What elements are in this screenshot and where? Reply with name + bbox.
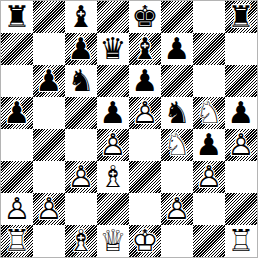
square-h6[interactable] — [225, 65, 257, 97]
piece-black-pawn: ♟ — [97, 97, 129, 129]
square-d2[interactable] — [97, 193, 129, 225]
piece-halo: ♞ — [65, 65, 97, 97]
square-h2[interactable] — [225, 193, 257, 225]
square-b2[interactable]: ♟♙ — [33, 193, 65, 225]
piece-white-pawn: ♙ — [97, 129, 129, 161]
piece-halo: ♟ — [161, 193, 193, 225]
square-c7[interactable]: ♟♟ — [65, 33, 97, 65]
piece-black-rook: ♜ — [225, 1, 257, 33]
square-g8[interactable] — [193, 1, 225, 33]
piece-black-bishop: ♝ — [129, 33, 161, 65]
square-c8[interactable]: ♝♝ — [65, 1, 97, 33]
piece-white-pawn: ♙ — [33, 193, 65, 225]
piece-halo: ♞ — [193, 97, 225, 129]
piece-halo: ♟ — [193, 129, 225, 161]
piece-black-pawn: ♟ — [65, 33, 97, 65]
piece-halo: ♞ — [161, 97, 193, 129]
square-h7[interactable] — [225, 33, 257, 65]
square-h8[interactable]: ♜♜ — [225, 1, 257, 33]
square-f6[interactable] — [161, 65, 193, 97]
square-e2[interactable] — [129, 193, 161, 225]
square-g7[interactable] — [193, 33, 225, 65]
piece-halo: ♜ — [225, 1, 257, 33]
square-a1[interactable]: ♜♖ — [1, 225, 33, 257]
square-d1[interactable]: ♛♕ — [97, 225, 129, 257]
square-e3[interactable] — [129, 161, 161, 193]
piece-white-pawn: ♙ — [225, 129, 257, 161]
square-b6[interactable]: ♟♟ — [33, 65, 65, 97]
piece-white-pawn: ♙ — [129, 97, 161, 129]
square-g4[interactable]: ♟♟ — [193, 129, 225, 161]
square-e5[interactable]: ♟♙ — [129, 97, 161, 129]
square-f7[interactable]: ♟♟ — [161, 33, 193, 65]
piece-halo: ♟ — [129, 97, 161, 129]
piece-white-rook: ♖ — [225, 225, 257, 257]
piece-halo: ♟ — [225, 97, 257, 129]
piece-black-queen: ♛ — [97, 33, 129, 65]
square-f5[interactable]: ♞♞ — [161, 97, 193, 129]
square-b8[interactable] — [33, 1, 65, 33]
piece-halo: ♞ — [161, 129, 193, 161]
chess-board: ♜♜♝♝♚♚♜♜♟♟♛♛♝♝♟♟♟♟♞♞♟♟♟♟♟♟♟♙♞♞♞♘♟♟♟♙♞♘♟♟… — [0, 0, 258, 258]
piece-white-bishop: ♗ — [65, 225, 97, 257]
square-e7[interactable]: ♝♝ — [129, 33, 161, 65]
square-b4[interactable] — [33, 129, 65, 161]
square-g5[interactable]: ♞♘ — [193, 97, 225, 129]
square-c4[interactable] — [65, 129, 97, 161]
square-c3[interactable]: ♟♙ — [65, 161, 97, 193]
piece-white-pawn: ♙ — [65, 161, 97, 193]
square-g3[interactable]: ♟♙ — [193, 161, 225, 193]
piece-halo: ♝ — [65, 1, 97, 33]
piece-halo: ♟ — [33, 65, 65, 97]
square-b3[interactable] — [33, 161, 65, 193]
square-f3[interactable] — [161, 161, 193, 193]
piece-white-pawn: ♙ — [193, 161, 225, 193]
piece-black-king: ♚ — [129, 1, 161, 33]
square-h5[interactable]: ♟♟ — [225, 97, 257, 129]
square-f2[interactable]: ♟♙ — [161, 193, 193, 225]
piece-white-queen: ♕ — [97, 225, 129, 257]
square-g6[interactable] — [193, 65, 225, 97]
piece-halo: ♜ — [1, 225, 33, 257]
square-d6[interactable] — [97, 65, 129, 97]
piece-black-knight: ♞ — [65, 65, 97, 97]
piece-halo: ♜ — [225, 225, 257, 257]
piece-white-pawn: ♙ — [161, 193, 193, 225]
piece-halo: ♟ — [97, 97, 129, 129]
piece-black-pawn: ♟ — [225, 97, 257, 129]
piece-halo: ♝ — [65, 225, 97, 257]
piece-halo: ♚ — [129, 225, 161, 257]
square-a5[interactable]: ♟♟ — [1, 97, 33, 129]
piece-white-rook: ♖ — [1, 225, 33, 257]
piece-black-pawn: ♟ — [1, 97, 33, 129]
square-f1[interactable] — [161, 225, 193, 257]
piece-black-bishop: ♝ — [65, 1, 97, 33]
square-h4[interactable]: ♟♙ — [225, 129, 257, 161]
piece-white-knight: ♘ — [161, 129, 193, 161]
piece-halo: ♟ — [225, 129, 257, 161]
square-d3[interactable]: ♝♗ — [97, 161, 129, 193]
square-e6[interactable]: ♟♟ — [129, 65, 161, 97]
piece-white-pawn: ♙ — [1, 193, 33, 225]
piece-white-bishop: ♗ — [97, 161, 129, 193]
square-c2[interactable] — [65, 193, 97, 225]
square-h3[interactable] — [225, 161, 257, 193]
square-c1[interactable]: ♝♗ — [65, 225, 97, 257]
piece-halo: ♟ — [193, 161, 225, 193]
square-a4[interactable] — [1, 129, 33, 161]
square-e8[interactable]: ♚♚ — [129, 1, 161, 33]
square-d8[interactable] — [97, 1, 129, 33]
square-e1[interactable]: ♚♔ — [129, 225, 161, 257]
piece-halo: ♟ — [65, 161, 97, 193]
piece-black-pawn: ♟ — [129, 65, 161, 97]
square-d7[interactable]: ♛♛ — [97, 33, 129, 65]
square-f8[interactable] — [161, 1, 193, 33]
square-a2[interactable]: ♟♙ — [1, 193, 33, 225]
piece-halo: ♟ — [129, 65, 161, 97]
piece-halo: ♟ — [161, 33, 193, 65]
piece-halo: ♜ — [1, 1, 33, 33]
piece-halo: ♝ — [129, 33, 161, 65]
square-b7[interactable] — [33, 33, 65, 65]
piece-halo: ♛ — [97, 33, 129, 65]
piece-white-king: ♔ — [129, 225, 161, 257]
square-d5[interactable]: ♟♟ — [97, 97, 129, 129]
square-g1[interactable] — [193, 225, 225, 257]
piece-black-pawn: ♟ — [33, 65, 65, 97]
piece-halo: ♚ — [129, 1, 161, 33]
piece-black-pawn: ♟ — [161, 33, 193, 65]
piece-black-rook: ♜ — [1, 1, 33, 33]
square-e4[interactable] — [129, 129, 161, 161]
square-g2[interactable] — [193, 193, 225, 225]
square-d4[interactable]: ♟♙ — [97, 129, 129, 161]
square-h1[interactable]: ♜♖ — [225, 225, 257, 257]
piece-halo: ♟ — [1, 97, 33, 129]
square-c5[interactable] — [65, 97, 97, 129]
piece-halo: ♟ — [1, 193, 33, 225]
square-a6[interactable] — [1, 65, 33, 97]
piece-halo: ♟ — [33, 193, 65, 225]
piece-halo: ♛ — [97, 225, 129, 257]
square-b1[interactable] — [33, 225, 65, 257]
piece-white-knight: ♘ — [193, 97, 225, 129]
piece-black-pawn: ♟ — [193, 129, 225, 161]
square-b5[interactable] — [33, 97, 65, 129]
square-a8[interactable]: ♜♜ — [1, 1, 33, 33]
square-a7[interactable] — [1, 33, 33, 65]
piece-halo: ♟ — [65, 33, 97, 65]
piece-halo: ♝ — [97, 161, 129, 193]
piece-halo: ♟ — [97, 129, 129, 161]
square-f4[interactable]: ♞♘ — [161, 129, 193, 161]
piece-black-knight: ♞ — [161, 97, 193, 129]
square-c6[interactable]: ♞♞ — [65, 65, 97, 97]
square-a3[interactable] — [1, 161, 33, 193]
